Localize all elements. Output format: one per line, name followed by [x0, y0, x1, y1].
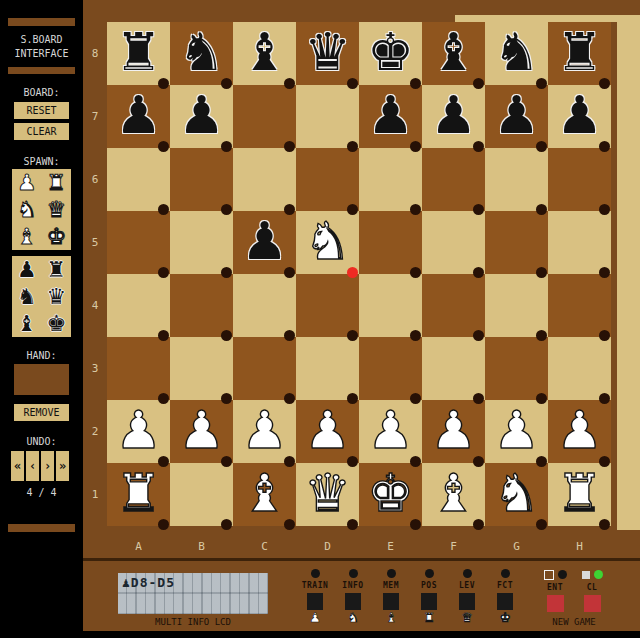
file-label-b: B: [170, 539, 233, 555]
square-a8[interactable]: ♜: [107, 22, 170, 85]
lcd-caption: MULTI INFO LCD: [118, 617, 268, 627]
sensor-led-c8: [284, 78, 295, 89]
sensor-led-a7: [158, 141, 169, 152]
mem-label: MEM: [372, 581, 410, 590]
sensor-led-h6: [599, 204, 610, 215]
sensor-led-c3: [284, 393, 295, 404]
file-label-c: C: [233, 539, 296, 555]
rank-labels: 87654321: [83, 22, 107, 526]
square-a7[interactable]: ♟: [107, 85, 170, 148]
remove-button[interactable]: REMOVE: [14, 404, 69, 421]
spawn-white-bishop[interactable]: ♝: [12, 223, 42, 250]
sensor-led-h1: [599, 519, 610, 530]
pos-column: POS♜: [410, 567, 448, 631]
white-pawn-e2: ♟: [359, 400, 422, 463]
square-c8[interactable]: ♝: [233, 22, 296, 85]
black-pawn-h7: ♟: [548, 85, 611, 148]
fct-column: FCT♚: [486, 567, 524, 631]
square-c5[interactable]: ♟: [233, 211, 296, 274]
spawn-white-knight[interactable]: ♞: [12, 196, 42, 223]
sensor-led-g4: [536, 330, 547, 341]
divider-bar: [8, 18, 75, 26]
white-knight: ♞: [334, 611, 372, 625]
white-pawn-a2: ♟: [107, 400, 170, 463]
black-bishop: ♝: [17, 311, 37, 336]
spawn-black-bishop[interactable]: ♝: [12, 310, 42, 337]
sensor-led-g7: [536, 141, 547, 152]
square-f5[interactable]: [422, 211, 485, 274]
sensor-led-a6: [158, 204, 169, 215]
info-button[interactable]: [345, 593, 361, 610]
square-b4[interactable]: [170, 274, 233, 337]
rank-label-1: 1: [83, 463, 107, 526]
black-knight: ♞: [17, 284, 37, 309]
square-e1[interactable]: ♚: [359, 463, 422, 526]
square-a2[interactable]: ♟: [107, 400, 170, 463]
sensor-led-g5: [536, 267, 547, 278]
file-labels: ABCDEFGH: [107, 539, 611, 555]
sensor-led-a3: [158, 393, 169, 404]
black-queen-d8: ♛: [296, 22, 359, 85]
ent-led: [558, 570, 567, 579]
rank-label-7: 7: [83, 85, 107, 148]
sensor-led-b4: [221, 330, 232, 341]
cl-button[interactable]: [584, 595, 601, 612]
square-g5[interactable]: [485, 211, 548, 274]
spawn-white-queen[interactable]: ♛: [42, 196, 72, 223]
square-a3[interactable]: [107, 337, 170, 400]
square-b3[interactable]: [170, 337, 233, 400]
undo-back-button[interactable]: ‹: [26, 451, 39, 481]
square-h8[interactable]: ♜: [548, 22, 611, 85]
sensor-led-c7: [284, 141, 295, 152]
square-c3[interactable]: [233, 337, 296, 400]
sensor-led-h5: [599, 267, 610, 278]
sensor-led-g3: [536, 393, 547, 404]
rank-label-5: 5: [83, 211, 107, 274]
sensor-led-d6: [347, 204, 358, 215]
sensor-led-h7: [599, 141, 610, 152]
black-king-e8: ♚: [359, 22, 422, 85]
redo-last-button[interactable]: »: [56, 451, 69, 481]
square-f8[interactable]: ♝: [422, 22, 485, 85]
file-label-d: D: [296, 539, 359, 555]
square-g8[interactable]: ♞: [485, 22, 548, 85]
sensor-led-g1: [536, 519, 547, 530]
file-label-g: G: [485, 539, 548, 555]
sensor-led-f3: [473, 393, 484, 404]
square-c2[interactable]: ♟: [233, 400, 296, 463]
lev-label: LEV: [448, 581, 486, 590]
black-pawn-e7: ♟: [359, 85, 422, 148]
black-pawn-a7: ♟: [107, 85, 170, 148]
sensor-led-f6: [473, 204, 484, 215]
sensor-led-d8: [347, 78, 358, 89]
train-label: TRAIN: [296, 581, 334, 590]
lcd-move-text: ♟D8-D5: [122, 575, 175, 590]
sensor-led-f5: [473, 267, 484, 278]
square-g7[interactable]: ♟: [485, 85, 548, 148]
sensor-led-f7: [473, 141, 484, 152]
undo-status: 4 / 4: [0, 487, 83, 498]
fct-label: FCT: [486, 581, 524, 590]
clear-button[interactable]: CLEAR: [14, 123, 69, 140]
square-c6[interactable]: [233, 148, 296, 211]
sensor-led-f4: [473, 330, 484, 341]
sensor-led-d1: [347, 519, 358, 530]
black-bishop-c8: ♝: [233, 22, 296, 85]
square-g3[interactable]: [485, 337, 548, 400]
square-g2[interactable]: ♟: [485, 400, 548, 463]
sidebar: S.BOARD INTERFACE BOARD: RESET CLEAR SPA…: [0, 0, 83, 638]
hand-section-label: HAND:: [0, 350, 83, 361]
black-pawn-g7: ♟: [485, 85, 548, 148]
train-button[interactable]: [307, 593, 323, 610]
new-game-label: NEW GAME: [533, 617, 615, 627]
black-square-indicator: [582, 571, 590, 579]
spawn-white-rook[interactable]: ♜: [42, 169, 72, 196]
square-e4[interactable]: [359, 274, 422, 337]
white-pawn-g2: ♟: [485, 400, 548, 463]
pos-button[interactable]: [421, 593, 437, 610]
sensor-led-e7: [410, 141, 421, 152]
file-label-h: H: [548, 539, 611, 555]
board-edge-top: [455, 15, 640, 22]
lev-column: LEV♛: [448, 567, 486, 631]
sensor-led-d7: [347, 141, 358, 152]
white-knight: ♞: [17, 197, 37, 222]
square-b5[interactable]: [170, 211, 233, 274]
white-bishop: ♝: [17, 224, 37, 249]
white-king-e1: ♚: [359, 463, 422, 526]
pos-label: POS: [410, 581, 448, 590]
white-queen: ♛: [448, 611, 486, 625]
sensor-led-f1: [473, 519, 484, 530]
square-c4[interactable]: [233, 274, 296, 337]
square-a4[interactable]: [107, 274, 170, 337]
hand-box[interactable]: [14, 364, 69, 395]
sensor-led-g8: [536, 78, 547, 89]
square-d5[interactable]: ♞: [296, 211, 359, 274]
sensor-led-f8: [473, 78, 484, 89]
white-king: ♚: [486, 611, 524, 625]
lev-led: [463, 569, 472, 578]
rank-label-2: 2: [83, 400, 107, 463]
square-d3[interactable]: [296, 337, 359, 400]
sensor-led-c4: [284, 330, 295, 341]
sensor-led-e3: [410, 393, 421, 404]
redo-forward-button[interactable]: ›: [41, 451, 54, 481]
square-h2[interactable]: ♟: [548, 400, 611, 463]
sensor-led-f2: [473, 456, 484, 467]
sensor-led-e8: [410, 78, 421, 89]
undo-controls: «‹›»: [11, 451, 72, 481]
square-h3[interactable]: [548, 337, 611, 400]
file-label-a: A: [107, 539, 170, 555]
mem-button[interactable]: [383, 593, 399, 610]
board-edge-right: [617, 15, 640, 530]
black-rook-h8: ♜: [548, 22, 611, 85]
square-b1[interactable]: [170, 463, 233, 526]
square-b8[interactable]: ♞: [170, 22, 233, 85]
spawn-black-box: ♟♜♞♛♝♚: [12, 256, 71, 337]
sensor-led-b6: [221, 204, 232, 215]
sensor-led-d2: [347, 456, 358, 467]
black-rook-a8: ♜: [107, 22, 170, 85]
square-h4[interactable]: [548, 274, 611, 337]
black-pawn-b7: ♟: [170, 85, 233, 148]
sensor-led-e4: [410, 330, 421, 341]
spawn-black-knight[interactable]: ♞: [12, 283, 42, 310]
sensor-led-c1: [284, 519, 295, 530]
square-d1[interactable]: ♛: [296, 463, 359, 526]
white-rook-h1: ♜: [548, 463, 611, 526]
mem-led: [387, 569, 396, 578]
white-pawn-f2: ♟: [422, 400, 485, 463]
white-bishop: ♝: [372, 611, 410, 625]
sensor-led-active-d5: [347, 267, 358, 278]
sensor-led-a2: [158, 456, 169, 467]
sensor-led-h3: [599, 393, 610, 404]
spawn-section-label: SPAWN:: [0, 156, 83, 167]
sensor-led-h4: [599, 330, 610, 341]
black-knight-b8: ♞: [170, 22, 233, 85]
square-b2[interactable]: ♟: [170, 400, 233, 463]
white-square-indicator: [544, 570, 554, 580]
file-label-e: E: [359, 539, 422, 555]
cl-led-green: [594, 570, 603, 579]
rank-label-6: 6: [83, 148, 107, 211]
sensor-led-a5: [158, 267, 169, 278]
spawn-black-king[interactable]: ♚: [42, 310, 72, 337]
fct-led: [501, 569, 510, 578]
square-d2[interactable]: ♟: [296, 400, 359, 463]
ent-label: ENT: [536, 583, 574, 592]
square-f6[interactable]: [422, 148, 485, 211]
white-queen-d1: ♛: [296, 463, 359, 526]
white-pawn: ♟: [296, 611, 334, 625]
sensor-led-e1: [410, 519, 421, 530]
white-bishop-f1: ♝: [422, 463, 485, 526]
spawn-black-pawn[interactable]: ♟: [12, 256, 42, 283]
white-bishop-c1: ♝: [233, 463, 296, 526]
square-e5[interactable]: [359, 211, 422, 274]
square-e8[interactable]: ♚: [359, 22, 422, 85]
white-queen: ♛: [46, 197, 66, 222]
square-e6[interactable]: [359, 148, 422, 211]
square-e3[interactable]: [359, 337, 422, 400]
square-f3[interactable]: [422, 337, 485, 400]
black-bishop-f8: ♝: [422, 22, 485, 85]
panel-separator: [83, 558, 640, 561]
sensor-led-b1: [221, 519, 232, 530]
sensor-led-b8: [221, 78, 232, 89]
black-pawn: ♟: [17, 257, 37, 282]
white-pawn-d2: ♟: [296, 400, 359, 463]
sensor-led-c6: [284, 204, 295, 215]
white-rook-a1: ♜: [107, 463, 170, 526]
square-h7[interactable]: ♟: [548, 85, 611, 148]
reset-button[interactable]: RESET: [14, 102, 69, 119]
divider-bar: [8, 67, 75, 74]
multi-info-lcd: ♟D8-D5: [118, 573, 268, 614]
square-b7[interactable]: ♟: [170, 85, 233, 148]
sensor-led-b2: [221, 456, 232, 467]
rank-label-4: 4: [83, 274, 107, 337]
black-king: ♚: [46, 311, 66, 336]
fct-button[interactable]: [497, 593, 513, 610]
white-pawn-h2: ♟: [548, 400, 611, 463]
spawn-black-rook[interactable]: ♜: [42, 256, 72, 283]
board: ♜♞♝♛♚♝♞♜♟♟♟♟♟♟♟♞♟♟♟♟♟♟♟♟♜♝♛♚♝♞♜: [107, 22, 611, 526]
white-king: ♚: [46, 224, 66, 249]
white-rook: ♜: [410, 611, 448, 625]
sensor-led-e5: [410, 267, 421, 278]
sensor-led-e2: [410, 456, 421, 467]
sensor-led-h8: [599, 78, 610, 89]
white-knight-d5: ♞: [296, 211, 359, 274]
divider-bar: [8, 524, 75, 532]
sensor-led-d3: [347, 393, 358, 404]
sensor-led-e6: [410, 204, 421, 215]
square-d4[interactable]: [296, 274, 359, 337]
sensor-board-interface-app: ♜♞♝♛♚♝♞♜♟♟♟♟♟♟♟♞♟♟♟♟♟♟♟♟♜♝♛♚♝♞♜ 87654321…: [0, 0, 640, 638]
rank-label-8: 8: [83, 22, 107, 85]
sensor-led-c5: [284, 267, 295, 278]
sensor-led-g6: [536, 204, 547, 215]
app-title-line2: INTERFACE: [0, 48, 83, 59]
square-a1[interactable]: ♜: [107, 463, 170, 526]
black-pawn-c5: ♟: [233, 211, 296, 274]
sensor-led-a1: [158, 519, 169, 530]
square-f2[interactable]: ♟: [422, 400, 485, 463]
train-led: [311, 569, 320, 578]
white-rook: ♜: [46, 170, 66, 195]
square-e2[interactable]: ♟: [359, 400, 422, 463]
info-column: INFO♞: [334, 567, 372, 631]
info-label: INFO: [334, 581, 372, 590]
black-knight-g8: ♞: [485, 22, 548, 85]
square-h1[interactable]: ♜: [548, 463, 611, 526]
square-f4[interactable]: [422, 274, 485, 337]
white-pawn-b2: ♟: [170, 400, 233, 463]
sensor-led-h2: [599, 456, 610, 467]
info-led: [349, 569, 358, 578]
square-a6[interactable]: [107, 148, 170, 211]
sensor-led-d4: [347, 330, 358, 341]
square-g4[interactable]: [485, 274, 548, 337]
square-g6[interactable]: [485, 148, 548, 211]
undo-first-button[interactable]: «: [11, 451, 24, 481]
sensor-led-b5: [221, 267, 232, 278]
square-f1[interactable]: ♝: [422, 463, 485, 526]
black-rook: ♜: [46, 257, 66, 282]
square-h5[interactable]: [548, 211, 611, 274]
ent-button[interactable]: [547, 595, 564, 612]
train-column: TRAIN♟: [296, 567, 334, 631]
white-knight-g1: ♞: [485, 463, 548, 526]
app-title-line1: S.BOARD: [0, 34, 83, 45]
white-pawn: ♟: [17, 170, 37, 195]
cl-label: CL: [573, 583, 611, 592]
square-a5[interactable]: [107, 211, 170, 274]
square-d6[interactable]: [296, 148, 359, 211]
square-b6[interactable]: [170, 148, 233, 211]
square-d8[interactable]: ♛: [296, 22, 359, 85]
file-label-f: F: [422, 539, 485, 555]
board-section-label: BOARD:: [0, 87, 83, 98]
sensor-led-b7: [221, 141, 232, 152]
black-queen: ♛: [46, 284, 66, 309]
spawn-white-king[interactable]: ♚: [42, 223, 72, 250]
square-d7[interactable]: [296, 85, 359, 148]
rank-label-3: 3: [83, 337, 107, 400]
square-g1[interactable]: ♞: [485, 463, 548, 526]
sensor-led-a4: [158, 330, 169, 341]
spawn-black-queen[interactable]: ♛: [42, 283, 72, 310]
spawn-white-box: ♟♜♞♛♝♚: [12, 169, 71, 250]
undo-section-label: UNDO:: [0, 436, 83, 447]
bottom-black-strip: [0, 631, 640, 638]
black-pawn-f7: ♟: [422, 85, 485, 148]
sensor-led-c2: [284, 456, 295, 467]
square-e7[interactable]: ♟: [359, 85, 422, 148]
sensor-led-a8: [158, 78, 169, 89]
square-c1[interactable]: ♝: [233, 463, 296, 526]
spawn-white-pawn[interactable]: ♟: [12, 169, 42, 196]
white-pawn-c2: ♟: [233, 400, 296, 463]
square-f7[interactable]: ♟: [422, 85, 485, 148]
mem-column: MEM♝: [372, 567, 410, 631]
sensor-led-b3: [221, 393, 232, 404]
pos-led: [425, 569, 434, 578]
square-h6[interactable]: [548, 148, 611, 211]
sensor-led-g2: [536, 456, 547, 467]
lev-button[interactable]: [459, 593, 475, 610]
square-c7[interactable]: [233, 85, 296, 148]
